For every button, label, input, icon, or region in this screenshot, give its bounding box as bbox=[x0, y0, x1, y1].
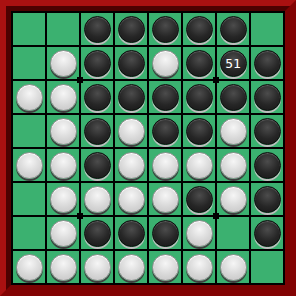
white-disc-d5 bbox=[118, 152, 145, 179]
cell-f5[interactable] bbox=[183, 149, 215, 181]
white-disc-g4 bbox=[220, 118, 247, 145]
cell-g6[interactable] bbox=[217, 183, 249, 215]
cell-e1[interactable] bbox=[149, 13, 181, 45]
cell-h7[interactable] bbox=[251, 217, 283, 249]
black-disc-c5 bbox=[84, 152, 111, 179]
black-disc-f2 bbox=[186, 50, 213, 77]
cell-c6[interactable] bbox=[81, 183, 113, 215]
cell-f3[interactable] bbox=[183, 81, 215, 113]
cell-g5[interactable] bbox=[217, 149, 249, 181]
white-disc-b7 bbox=[50, 220, 77, 247]
white-disc-b6 bbox=[50, 186, 77, 213]
cell-b3[interactable] bbox=[47, 81, 79, 113]
cell-f7[interactable] bbox=[183, 217, 215, 249]
white-disc-c8 bbox=[84, 254, 111, 281]
black-disc-c4 bbox=[84, 118, 111, 145]
cell-h4[interactable] bbox=[251, 115, 283, 147]
cell-e2[interactable] bbox=[149, 47, 181, 79]
cell-d2[interactable] bbox=[115, 47, 147, 79]
white-disc-b2 bbox=[50, 50, 77, 77]
cell-b6[interactable] bbox=[47, 183, 79, 215]
cell-e7[interactable] bbox=[149, 217, 181, 249]
cell-e3[interactable] bbox=[149, 81, 181, 113]
cell-g7[interactable] bbox=[217, 217, 249, 249]
cell-a5[interactable] bbox=[13, 149, 45, 181]
cell-c3[interactable] bbox=[81, 81, 113, 113]
black-disc-e4 bbox=[152, 118, 179, 145]
cell-g4[interactable] bbox=[217, 115, 249, 147]
cell-c8[interactable] bbox=[81, 251, 113, 283]
white-disc-d4 bbox=[118, 118, 145, 145]
cell-d7[interactable] bbox=[115, 217, 147, 249]
cell-h2[interactable] bbox=[251, 47, 283, 79]
white-disc-e5 bbox=[152, 152, 179, 179]
cell-d6[interactable] bbox=[115, 183, 147, 215]
black-disc-h2 bbox=[254, 50, 281, 77]
white-disc-c6 bbox=[84, 186, 111, 213]
cell-a2[interactable] bbox=[13, 47, 45, 79]
black-disc-h7 bbox=[254, 220, 281, 247]
cell-c1[interactable] bbox=[81, 13, 113, 45]
black-disc-d1 bbox=[118, 16, 145, 43]
star-point-bottom-right bbox=[213, 213, 219, 219]
cell-e5[interactable] bbox=[149, 149, 181, 181]
black-disc-f6 bbox=[186, 186, 213, 213]
star-point-top-right bbox=[213, 77, 219, 83]
white-disc-a8 bbox=[16, 254, 43, 281]
white-disc-e8 bbox=[152, 254, 179, 281]
black-disc-f3 bbox=[186, 84, 213, 111]
white-disc-d6 bbox=[118, 186, 145, 213]
black-disc-h6 bbox=[254, 186, 281, 213]
black-disc-c1 bbox=[84, 16, 111, 43]
cell-h5[interactable] bbox=[251, 149, 283, 181]
star-point-top-left bbox=[77, 77, 83, 83]
cell-f8[interactable] bbox=[183, 251, 215, 283]
black-disc-f4 bbox=[186, 118, 213, 145]
cell-f6[interactable] bbox=[183, 183, 215, 215]
last-move-number: 51 bbox=[225, 57, 241, 70]
black-disc-e1 bbox=[152, 16, 179, 43]
white-disc-a5 bbox=[16, 152, 43, 179]
black-disc-h5 bbox=[254, 152, 281, 179]
cell-c5[interactable] bbox=[81, 149, 113, 181]
white-disc-g5 bbox=[220, 152, 247, 179]
white-disc-e2 bbox=[152, 50, 179, 77]
cell-h6[interactable] bbox=[251, 183, 283, 215]
black-disc-d7 bbox=[118, 220, 145, 247]
black-disc-c2 bbox=[84, 50, 111, 77]
cell-e8[interactable] bbox=[149, 251, 181, 283]
cell-c4[interactable] bbox=[81, 115, 113, 147]
cell-a4[interactable] bbox=[13, 115, 45, 147]
cell-d3[interactable] bbox=[115, 81, 147, 113]
cell-a6[interactable] bbox=[13, 183, 45, 215]
white-disc-g6 bbox=[220, 186, 247, 213]
black-disc-g1 bbox=[220, 16, 247, 43]
board-frame-bevel: 51 bbox=[6, 6, 290, 290]
white-disc-b8 bbox=[50, 254, 77, 281]
white-disc-f7 bbox=[186, 220, 213, 247]
cell-f2[interactable] bbox=[183, 47, 215, 79]
black-disc-e3 bbox=[152, 84, 179, 111]
star-point-bottom-left bbox=[77, 213, 83, 219]
black-disc-h3 bbox=[254, 84, 281, 111]
black-disc-d3 bbox=[118, 84, 145, 111]
cell-a1[interactable] bbox=[13, 13, 45, 45]
cell-d4[interactable] bbox=[115, 115, 147, 147]
board-frame-outer: 51 bbox=[0, 0, 296, 296]
cell-a3[interactable] bbox=[13, 81, 45, 113]
cell-c7[interactable] bbox=[81, 217, 113, 249]
cell-b4[interactable] bbox=[47, 115, 79, 147]
white-disc-b3 bbox=[50, 84, 77, 111]
black-disc-g3 bbox=[220, 84, 247, 111]
cell-d5[interactable] bbox=[115, 149, 147, 181]
cell-b8[interactable] bbox=[47, 251, 79, 283]
black-disc-c3 bbox=[84, 84, 111, 111]
board-frame-inner: 51 bbox=[11, 11, 285, 285]
cell-e6[interactable] bbox=[149, 183, 181, 215]
white-disc-f5 bbox=[186, 152, 213, 179]
cell-g2[interactable]: 51 bbox=[217, 47, 249, 79]
white-disc-b4 bbox=[50, 118, 77, 145]
cell-a8[interactable] bbox=[13, 251, 45, 283]
cell-g1[interactable] bbox=[217, 13, 249, 45]
cell-g3[interactable] bbox=[217, 81, 249, 113]
cell-a7[interactable] bbox=[13, 217, 45, 249]
cell-e4[interactable] bbox=[149, 115, 181, 147]
cell-b1[interactable] bbox=[47, 13, 79, 45]
black-disc-e7 bbox=[152, 220, 179, 247]
cell-h1[interactable] bbox=[251, 13, 283, 45]
black-disc-g2: 51 bbox=[220, 50, 247, 77]
cell-d1[interactable] bbox=[115, 13, 147, 45]
cell-b7[interactable] bbox=[47, 217, 79, 249]
white-disc-b5 bbox=[50, 152, 77, 179]
white-disc-f8 bbox=[186, 254, 213, 281]
cell-f1[interactable] bbox=[183, 13, 215, 45]
black-disc-d2 bbox=[118, 50, 145, 77]
cell-d8[interactable] bbox=[115, 251, 147, 283]
cell-f4[interactable] bbox=[183, 115, 215, 147]
cell-c2[interactable] bbox=[81, 47, 113, 79]
black-disc-c7 bbox=[84, 220, 111, 247]
cell-h8[interactable] bbox=[251, 251, 283, 283]
cell-b5[interactable] bbox=[47, 149, 79, 181]
board: 51 bbox=[13, 13, 283, 283]
black-disc-f1 bbox=[186, 16, 213, 43]
black-disc-h4 bbox=[254, 118, 281, 145]
cell-b2[interactable] bbox=[47, 47, 79, 79]
cell-g8[interactable] bbox=[217, 251, 249, 283]
white-disc-d8 bbox=[118, 254, 145, 281]
white-disc-g8 bbox=[220, 254, 247, 281]
white-disc-a3 bbox=[16, 84, 43, 111]
white-disc-e6 bbox=[152, 186, 179, 213]
cell-h3[interactable] bbox=[251, 81, 283, 113]
